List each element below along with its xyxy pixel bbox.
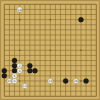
black-stone-A5[interactable] bbox=[2, 73, 7, 78]
black-stone-Q16[interactable] bbox=[78, 17, 83, 22]
black-stone-F6[interactable] bbox=[27, 68, 32, 73]
goban-grid[interactable]: 18246108121416 bbox=[0, 0, 100, 100]
hoshi-point bbox=[80, 80, 82, 82]
black-stone-A6[interactable] bbox=[2, 68, 7, 73]
black-stone-C8[interactable] bbox=[12, 58, 17, 63]
go-board[interactable]: 18246108121416 bbox=[0, 0, 100, 100]
black-stone-R4[interactable] bbox=[84, 78, 89, 83]
move-number-D7: 2 bbox=[19, 64, 21, 68]
hoshi-point bbox=[19, 19, 21, 21]
hoshi-point bbox=[80, 50, 82, 52]
move-number-D6: 4 bbox=[19, 69, 21, 73]
move-number-C5: 6 bbox=[14, 74, 16, 78]
move-number-D18: 18 bbox=[18, 8, 22, 12]
black-stone-C7[interactable] bbox=[12, 63, 17, 68]
move-number-E3: 12 bbox=[23, 84, 27, 88]
hoshi-point bbox=[50, 50, 52, 52]
black-stone-C6[interactable] bbox=[12, 68, 17, 73]
hoshi-point bbox=[19, 50, 21, 52]
move-number-P4: 16 bbox=[74, 79, 78, 83]
black-stone-N4[interactable] bbox=[63, 78, 68, 83]
black-stone-F7[interactable] bbox=[27, 63, 32, 68]
move-number-B4: 10 bbox=[7, 79, 11, 83]
hoshi-point bbox=[19, 80, 21, 82]
move-number-C4: 8 bbox=[14, 79, 16, 83]
move-number-K4: 14 bbox=[48, 79, 52, 83]
hoshi-point bbox=[50, 19, 52, 21]
black-stone-G6[interactable] bbox=[32, 68, 37, 73]
